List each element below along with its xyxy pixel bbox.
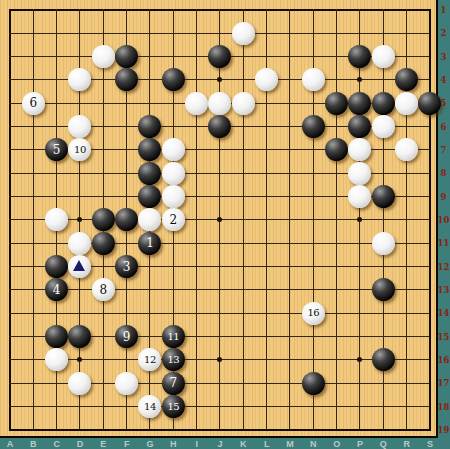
column-label-Q: Q — [380, 439, 387, 449]
row-label-15: 15 — [438, 332, 450, 342]
move-number: 4 — [53, 284, 61, 296]
column-label-L: L — [264, 439, 270, 449]
triangle-marker — [73, 260, 85, 271]
row-label-13: 13 — [438, 285, 450, 295]
grid-line — [9, 289, 431, 290]
column-label-G: G — [146, 439, 153, 449]
move-number: 12 — [144, 355, 156, 365]
grid-line — [243, 9, 244, 431]
stone-white-I5[interactable] — [185, 92, 208, 115]
move-number: 1 — [146, 237, 154, 249]
go-kifu-diagram: 65102134816911121371415ABCDEFGHIJKLMNOPQ… — [0, 0, 450, 449]
star-point — [217, 357, 222, 362]
column-label-H: H — [170, 439, 177, 449]
column-label-M: M — [286, 439, 294, 449]
column-label-O: O — [333, 439, 340, 449]
move-number: 7 — [170, 377, 178, 389]
stone-black-Q5[interactable] — [372, 92, 395, 115]
row-label-16: 16 — [438, 355, 450, 365]
column-label-P: P — [357, 439, 363, 449]
column-label-K: K — [240, 439, 247, 449]
grid-line — [9, 313, 431, 314]
row-label-11: 11 — [438, 238, 450, 248]
stone-black-N17[interactable] — [302, 372, 325, 395]
star-point — [357, 357, 362, 362]
row-label-6: 6 — [441, 122, 447, 132]
stone-black-Q9[interactable] — [372, 185, 395, 208]
stone-black-N6[interactable] — [302, 115, 325, 138]
row-label-5: 5 — [441, 98, 447, 108]
column-label-A: A — [7, 439, 14, 449]
stone-white-H9[interactable] — [162, 185, 185, 208]
column-label-D: D — [77, 439, 84, 449]
stone-white-N14[interactable]: 16 — [302, 302, 325, 325]
stone-white-R5[interactable] — [395, 92, 418, 115]
row-label-1: 1 — [441, 5, 447, 15]
column-label-I: I — [195, 439, 198, 449]
move-number: 10 — [74, 145, 86, 155]
row-label-19: 19 — [438, 425, 450, 435]
column-label-R: R — [403, 439, 410, 449]
move-number: 16 — [307, 308, 319, 318]
move-number: 14 — [144, 402, 156, 412]
stone-white-Q6[interactable] — [372, 115, 395, 138]
star-point — [77, 357, 82, 362]
grid-line — [289, 9, 290, 431]
row-label-12: 12 — [438, 262, 450, 272]
row-label-4: 4 — [441, 75, 447, 85]
row-label-7: 7 — [441, 145, 447, 155]
stone-black-H15[interactable]: 11 — [162, 325, 185, 348]
star-point — [357, 77, 362, 82]
star-point — [77, 217, 82, 222]
row-label-14: 14 — [438, 308, 450, 318]
row-label-10: 10 — [438, 215, 450, 225]
stone-white-Q3[interactable] — [372, 45, 395, 68]
column-label-E: E — [100, 439, 106, 449]
column-label-C: C — [53, 439, 60, 449]
column-label-J: J — [217, 439, 222, 449]
move-number: 15 — [167, 402, 179, 412]
row-label-17: 17 — [438, 378, 450, 388]
column-label-N: N — [310, 439, 317, 449]
row-label-18: 18 — [438, 402, 450, 412]
grid-line — [429, 9, 431, 431]
star-point — [357, 217, 362, 222]
row-label-9: 9 — [441, 192, 447, 202]
grid-line — [9, 429, 431, 431]
stone-black-S5[interactable] — [418, 92, 441, 115]
column-label-B: B — [30, 439, 37, 449]
stone-black-H17[interactable]: 7 — [162, 372, 185, 395]
row-label-3: 3 — [441, 52, 447, 62]
stone-white-F17[interactable] — [115, 372, 138, 395]
stone-white-B5[interactable]: 6 — [22, 92, 45, 115]
move-number: 13 — [167, 355, 179, 365]
move-number: 3 — [123, 261, 131, 273]
stone-white-E3[interactable] — [92, 45, 115, 68]
column-label-F: F — [124, 439, 130, 449]
grid-line — [9, 406, 431, 407]
move-number: 6 — [30, 97, 38, 109]
move-number: 9 — [123, 331, 131, 343]
stone-black-H18[interactable]: 15 — [162, 395, 185, 418]
stone-black-E11[interactable] — [92, 232, 115, 255]
star-point — [217, 217, 222, 222]
move-number: 2 — [170, 214, 178, 226]
grid-line — [336, 9, 337, 431]
move-number: 11 — [167, 332, 179, 342]
star-point — [217, 77, 222, 82]
stone-white-K2[interactable] — [232, 22, 255, 45]
move-number: 8 — [100, 284, 108, 296]
row-label-2: 2 — [441, 28, 447, 38]
row-label-8: 8 — [441, 168, 447, 178]
stone-black-O5[interactable] — [325, 92, 348, 115]
move-number: 5 — [53, 144, 61, 156]
stone-white-K5[interactable] — [232, 92, 255, 115]
stone-white-H8[interactable] — [162, 162, 185, 185]
stone-white-Q11[interactable] — [372, 232, 395, 255]
column-label-S: S — [427, 439, 433, 449]
